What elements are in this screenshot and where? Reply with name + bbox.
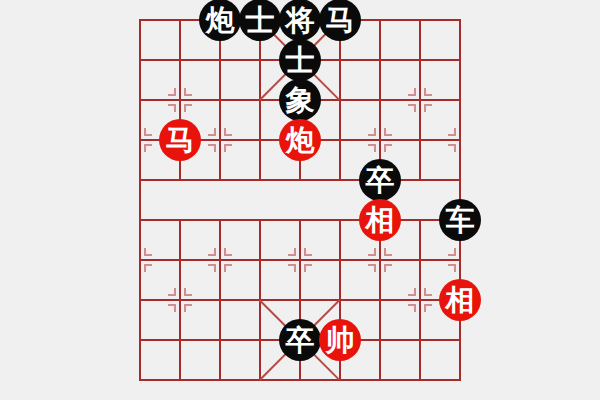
point-marker — [424, 104, 432, 112]
point-marker — [144, 144, 152, 152]
point-marker — [168, 104, 176, 112]
grid-line-vertical — [379, 20, 381, 180]
black-advisor[interactable]: 士 — [279, 39, 321, 81]
point-marker — [288, 264, 296, 272]
point-marker — [384, 248, 392, 256]
point-marker — [368, 128, 376, 136]
grid-line-vertical — [219, 220, 221, 380]
point-marker — [144, 264, 152, 272]
black-advisor[interactable]: 士 — [239, 0, 281, 41]
point-marker — [408, 288, 416, 296]
grid-line-vertical — [219, 20, 221, 180]
point-marker — [408, 88, 416, 96]
point-marker — [448, 128, 456, 136]
point-marker — [168, 304, 176, 312]
point-marker — [384, 128, 392, 136]
point-marker — [144, 128, 152, 136]
red-elephant[interactable]: 相 — [439, 279, 481, 321]
xiangqi-app: 炮士将马士象卒车卒马炮相相帅 — [0, 0, 600, 400]
grid-line-vertical — [179, 220, 181, 380]
grid-line-vertical — [419, 220, 421, 380]
black-soldier[interactable]: 卒 — [279, 319, 321, 361]
point-marker — [368, 248, 376, 256]
black-soldier[interactable]: 卒 — [359, 159, 401, 201]
point-marker — [448, 144, 456, 152]
black-horse[interactable]: 马 — [319, 0, 361, 41]
point-marker — [408, 104, 416, 112]
point-marker — [368, 144, 376, 152]
point-marker — [448, 248, 456, 256]
point-marker — [224, 144, 232, 152]
point-marker — [224, 248, 232, 256]
point-marker — [184, 88, 192, 96]
point-marker — [184, 104, 192, 112]
point-marker — [208, 264, 216, 272]
point-marker — [224, 264, 232, 272]
grid-line-vertical — [419, 20, 421, 180]
grid-line-vertical — [379, 220, 381, 380]
black-chariot[interactable]: 车 — [439, 199, 481, 241]
point-marker — [384, 264, 392, 272]
point-marker — [384, 144, 392, 152]
point-marker — [208, 248, 216, 256]
point-marker — [368, 264, 376, 272]
red-cannon[interactable]: 炮 — [279, 119, 321, 161]
point-marker — [424, 288, 432, 296]
point-marker — [224, 128, 232, 136]
xiangqi-board: 炮士将马士象卒车卒马炮相相帅 — [0, 0, 600, 400]
black-general[interactable]: 将 — [279, 0, 321, 41]
point-marker — [288, 248, 296, 256]
point-marker — [184, 304, 192, 312]
black-elephant[interactable]: 象 — [279, 79, 321, 121]
point-marker — [184, 288, 192, 296]
point-marker — [448, 264, 456, 272]
point-marker — [208, 144, 216, 152]
red-general[interactable]: 帅 — [319, 319, 361, 361]
point-marker — [408, 304, 416, 312]
point-marker — [304, 248, 312, 256]
point-marker — [424, 304, 432, 312]
point-marker — [208, 128, 216, 136]
red-horse[interactable]: 马 — [159, 119, 201, 161]
black-cannon[interactable]: 炮 — [199, 0, 241, 41]
point-marker — [144, 248, 152, 256]
point-marker — [168, 88, 176, 96]
point-marker — [424, 88, 432, 96]
point-marker — [168, 288, 176, 296]
point-marker — [304, 264, 312, 272]
red-elephant[interactable]: 相 — [359, 199, 401, 241]
